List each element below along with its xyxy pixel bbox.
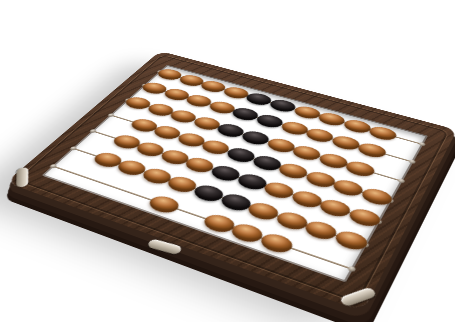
abacus-interior [42,65,428,283]
abacus-board [6,51,455,312]
metal-corner-bracket-left [16,167,28,187]
bead-brown[interactable] [355,141,388,160]
bead-brown[interactable] [343,159,378,179]
bead-brown[interactable] [341,118,373,135]
bead-brown[interactable] [146,194,184,216]
metal-corner-bracket-bottom [146,238,183,255]
bead-brown[interactable] [346,206,383,229]
bead-brown[interactable] [330,178,366,199]
bead-brown[interactable] [329,134,362,152]
bead-brown[interactable] [317,197,354,219]
abacus-photo [0,0,455,322]
bead-brown[interactable] [367,125,399,143]
metal-corner-bracket-right [339,287,378,308]
bead-brown[interactable] [359,186,395,208]
bead-brown[interactable] [332,228,371,252]
